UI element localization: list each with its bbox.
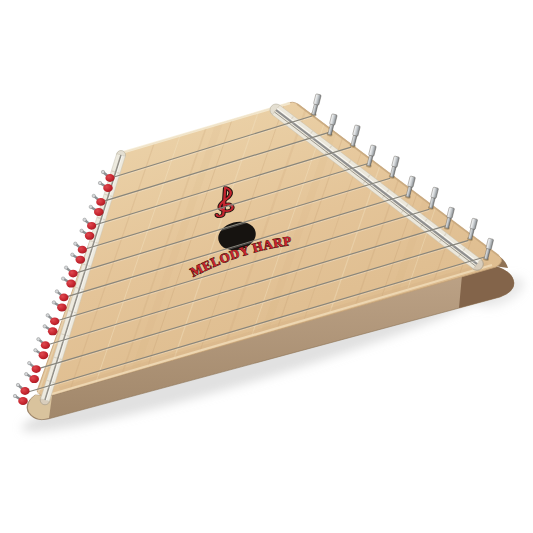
hitch-pin-cluster [71, 242, 87, 264]
tuning-pin [310, 94, 321, 117]
hitch-pin-cluster [43, 314, 59, 336]
hitch-pin-cluster [13, 383, 29, 405]
hitch-pin-cluster [34, 338, 50, 360]
product-photo-melody-harp: MELODY HARP [0, 0, 533, 533]
tuning-pin [428, 187, 439, 210]
hitch-pin-cluster [61, 266, 77, 288]
tuning-pin [388, 156, 399, 179]
hitch-pin-cluster [52, 290, 68, 312]
tuning-pin [349, 125, 360, 148]
harp-illustration: MELODY HARP [0, 0, 533, 533]
hitch-pin-cluster [80, 218, 96, 240]
hitch-pin-cluster [25, 361, 41, 383]
